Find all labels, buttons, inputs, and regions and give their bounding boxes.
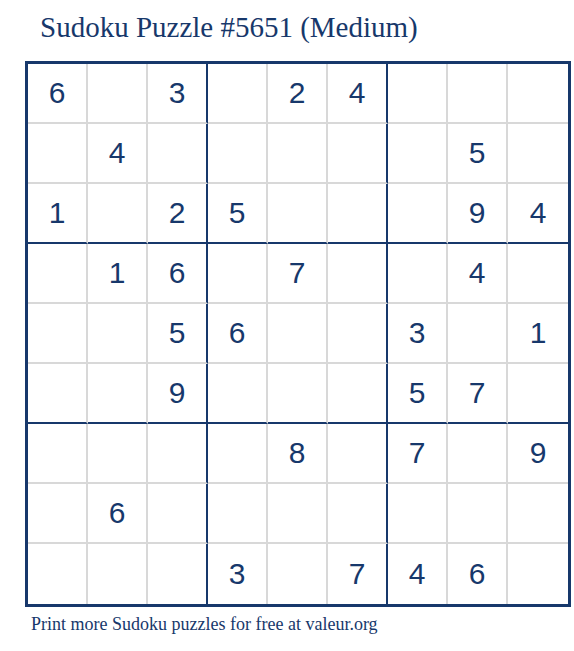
cell-r7c7: 7	[388, 424, 448, 484]
cell-r3c3: 2	[148, 184, 208, 244]
cell-r2c3	[148, 124, 208, 184]
cell-r7c9: 9	[508, 424, 568, 484]
cell-r9c7: 4	[388, 544, 448, 604]
cell-r3c9: 4	[508, 184, 568, 244]
cell-r8c4	[208, 484, 268, 544]
cell-r1c3: 3	[148, 64, 208, 124]
cell-r9c9	[508, 544, 568, 604]
cell-r9c5	[268, 544, 328, 604]
cell-r4c8: 4	[448, 244, 508, 304]
cell-r4c1	[28, 244, 88, 304]
cell-r4c7	[388, 244, 448, 304]
cell-r6c1	[28, 364, 88, 424]
cell-r2c7	[388, 124, 448, 184]
cell-r9c8: 6	[448, 544, 508, 604]
cell-r6c3: 9	[148, 364, 208, 424]
cell-r7c2	[88, 424, 148, 484]
page-title: Sudoku Puzzle #5651 (Medium)	[40, 10, 418, 45]
cell-r6c2	[88, 364, 148, 424]
cell-r1c2	[88, 64, 148, 124]
cell-r8c1	[28, 484, 88, 544]
cell-r5c7: 3	[388, 304, 448, 364]
cell-r7c6	[328, 424, 388, 484]
cell-r3c5	[268, 184, 328, 244]
cell-r8c6	[328, 484, 388, 544]
cell-r3c6	[328, 184, 388, 244]
cell-r1c5: 2	[268, 64, 328, 124]
cell-r2c6	[328, 124, 388, 184]
cell-r7c3	[148, 424, 208, 484]
cell-r3c1: 1	[28, 184, 88, 244]
cell-r7c4	[208, 424, 268, 484]
cell-r6c5	[268, 364, 328, 424]
cell-r3c2	[88, 184, 148, 244]
cell-r8c8	[448, 484, 508, 544]
cell-r4c2: 1	[88, 244, 148, 304]
cell-r9c4: 3	[208, 544, 268, 604]
cell-r3c7	[388, 184, 448, 244]
cell-r3c8: 9	[448, 184, 508, 244]
cell-r2c5	[268, 124, 328, 184]
cell-r8c3	[148, 484, 208, 544]
cell-r1c4	[208, 64, 268, 124]
cell-r1c8	[448, 64, 508, 124]
cell-r1c6: 4	[328, 64, 388, 124]
cell-r2c9	[508, 124, 568, 184]
cell-r9c6: 7	[328, 544, 388, 604]
cell-r9c1	[28, 544, 88, 604]
cell-r9c3	[148, 544, 208, 604]
cell-r4c4	[208, 244, 268, 304]
cell-r6c6	[328, 364, 388, 424]
cell-r7c8	[448, 424, 508, 484]
cell-r5c1	[28, 304, 88, 364]
cell-r3c4: 5	[208, 184, 268, 244]
cell-r6c8: 7	[448, 364, 508, 424]
cell-r1c1: 6	[28, 64, 88, 124]
cell-r8c5	[268, 484, 328, 544]
cell-r5c2	[88, 304, 148, 364]
cell-r5c8	[448, 304, 508, 364]
sudoku-board: 632445125941674563195787963746	[25, 61, 571, 607]
cell-r4c5: 7	[268, 244, 328, 304]
cell-r4c6	[328, 244, 388, 304]
cell-r1c7	[388, 64, 448, 124]
cell-r2c8: 5	[448, 124, 508, 184]
cell-r4c9	[508, 244, 568, 304]
cell-r6c4	[208, 364, 268, 424]
cell-r5c4: 6	[208, 304, 268, 364]
cell-r6c9	[508, 364, 568, 424]
cell-r7c1	[28, 424, 88, 484]
cell-r8c2: 6	[88, 484, 148, 544]
cell-r1c9	[508, 64, 568, 124]
footer-text: Print more Sudoku puzzles for free at va…	[31, 614, 378, 635]
cell-r6c7: 5	[388, 364, 448, 424]
cell-r5c3: 5	[148, 304, 208, 364]
cell-r7c5: 8	[268, 424, 328, 484]
cell-r5c6	[328, 304, 388, 364]
cell-r2c4	[208, 124, 268, 184]
cell-r2c2: 4	[88, 124, 148, 184]
cell-r2c1	[28, 124, 88, 184]
cell-r5c5	[268, 304, 328, 364]
cell-r8c9	[508, 484, 568, 544]
cell-r4c3: 6	[148, 244, 208, 304]
cell-r5c9: 1	[508, 304, 568, 364]
cell-r9c2	[88, 544, 148, 604]
cell-r8c7	[388, 484, 448, 544]
